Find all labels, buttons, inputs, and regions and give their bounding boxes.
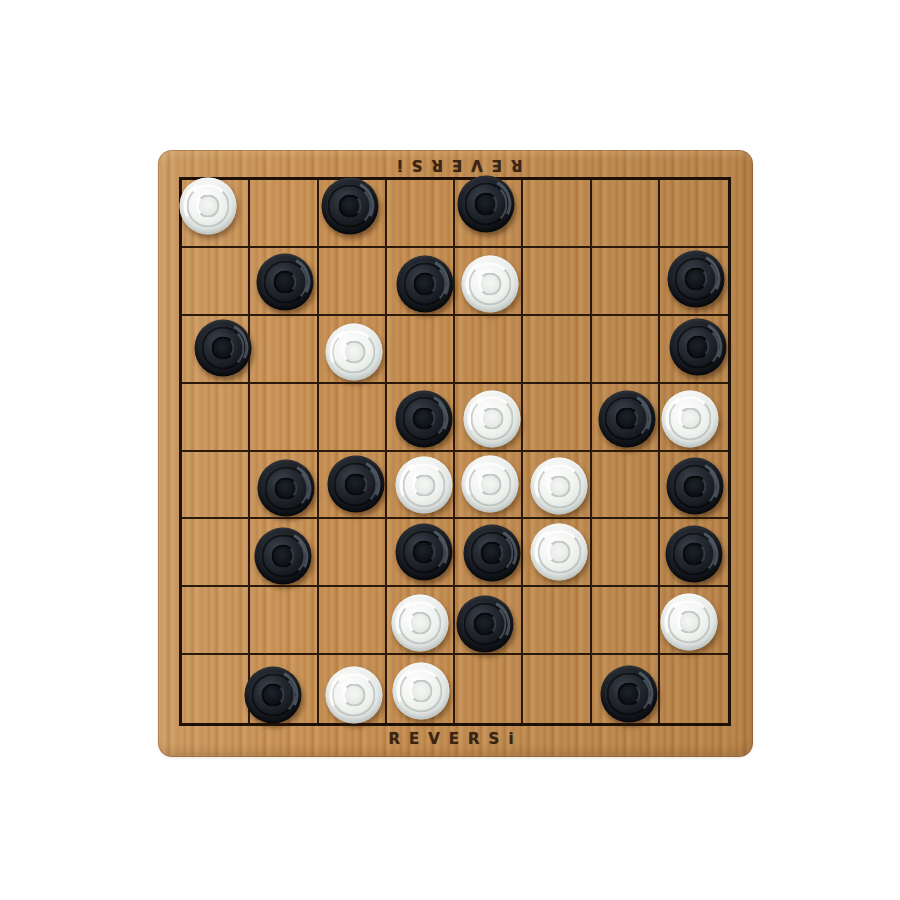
disc-gloss bbox=[664, 247, 727, 310]
piece-white[interactable] bbox=[392, 663, 449, 720]
board-title-bottom: REVERSi bbox=[158, 730, 753, 748]
disc-gloss bbox=[177, 175, 239, 237]
disc-gloss bbox=[459, 253, 521, 315]
disc-gloss bbox=[393, 252, 456, 315]
board-cell[interactable] bbox=[250, 384, 318, 452]
disc-gloss bbox=[459, 454, 521, 516]
board-cell[interactable] bbox=[592, 248, 660, 316]
board-grid bbox=[179, 177, 731, 726]
board-cell[interactable] bbox=[660, 519, 728, 587]
piece-black[interactable] bbox=[245, 667, 302, 724]
piece-black[interactable] bbox=[667, 250, 724, 307]
board-cell[interactable] bbox=[387, 248, 455, 316]
piece-black[interactable] bbox=[458, 175, 515, 232]
board-cell[interactable] bbox=[319, 519, 387, 587]
board-cell[interactable] bbox=[319, 384, 387, 452]
piece-white[interactable] bbox=[661, 390, 718, 447]
board-cell[interactable] bbox=[660, 655, 728, 723]
piece-white[interactable] bbox=[325, 323, 382, 380]
board-cell[interactable] bbox=[523, 180, 591, 248]
board-cell[interactable] bbox=[319, 180, 387, 248]
board-cell[interactable] bbox=[660, 248, 728, 316]
board-cell[interactable] bbox=[592, 180, 660, 248]
board-cell[interactable] bbox=[523, 519, 591, 587]
piece-black[interactable] bbox=[255, 528, 312, 585]
board-cell[interactable] bbox=[319, 587, 387, 655]
piece-black[interactable] bbox=[321, 177, 378, 234]
board-cell[interactable] bbox=[250, 587, 318, 655]
board-cell[interactable] bbox=[182, 180, 250, 248]
disc-gloss bbox=[528, 521, 590, 583]
board-cell[interactable] bbox=[523, 452, 591, 520]
board-cell[interactable] bbox=[182, 452, 250, 520]
board-cell[interactable] bbox=[387, 655, 455, 723]
disc-gloss bbox=[454, 593, 517, 656]
board-cell[interactable] bbox=[523, 384, 591, 452]
disc-gloss bbox=[597, 662, 660, 725]
piece-white[interactable] bbox=[660, 594, 717, 651]
board-cell[interactable] bbox=[387, 452, 455, 520]
board-cell[interactable] bbox=[182, 519, 250, 587]
disc-gloss bbox=[461, 522, 524, 585]
board-cell[interactable] bbox=[455, 587, 523, 655]
board-cell[interactable] bbox=[387, 316, 455, 384]
disc-gloss bbox=[252, 525, 315, 588]
piece-black[interactable] bbox=[396, 255, 453, 312]
board-cell[interactable] bbox=[182, 384, 250, 452]
board-cell[interactable] bbox=[660, 316, 728, 384]
board-cell[interactable] bbox=[455, 519, 523, 587]
board-title-top: REVERSi bbox=[158, 156, 753, 174]
piece-white[interactable] bbox=[462, 456, 519, 513]
piece-black[interactable] bbox=[327, 456, 384, 513]
page-background: REVERSi REVERSi bbox=[0, 0, 900, 900]
piece-white[interactable] bbox=[462, 255, 519, 312]
disc-gloss bbox=[392, 387, 455, 450]
board-cell[interactable] bbox=[250, 248, 318, 316]
piece-black[interactable] bbox=[457, 596, 514, 653]
piece-black[interactable] bbox=[258, 460, 315, 517]
piece-black[interactable] bbox=[395, 390, 452, 447]
piece-white[interactable] bbox=[180, 177, 237, 234]
disc-gloss bbox=[663, 455, 726, 518]
board-cell[interactable] bbox=[592, 655, 660, 723]
board-cell[interactable] bbox=[387, 384, 455, 452]
piece-black[interactable] bbox=[669, 318, 726, 375]
board-cell[interactable] bbox=[182, 655, 250, 723]
board-cell[interactable] bbox=[592, 587, 660, 655]
board-cell[interactable] bbox=[592, 384, 660, 452]
board-cell[interactable] bbox=[660, 384, 728, 452]
board-cell[interactable] bbox=[182, 248, 250, 316]
piece-black[interactable] bbox=[395, 524, 452, 581]
board-cell[interactable] bbox=[250, 519, 318, 587]
piece-black[interactable] bbox=[257, 253, 314, 310]
board-cell[interactable] bbox=[455, 180, 523, 248]
disc-gloss bbox=[255, 457, 318, 520]
board-cell[interactable] bbox=[523, 587, 591, 655]
disc-gloss bbox=[390, 660, 452, 722]
board-cell[interactable] bbox=[387, 587, 455, 655]
piece-white[interactable] bbox=[391, 595, 448, 652]
disc-gloss bbox=[659, 388, 721, 450]
piece-black[interactable] bbox=[666, 458, 723, 515]
disc-gloss bbox=[666, 315, 729, 378]
disc-gloss bbox=[192, 316, 255, 379]
disc-gloss bbox=[595, 387, 658, 450]
board-cell[interactable] bbox=[455, 248, 523, 316]
board-cell[interactable] bbox=[455, 316, 523, 384]
board-cell[interactable] bbox=[250, 452, 318, 520]
reversi-board: REVERSi REVERSi bbox=[158, 150, 753, 757]
disc-gloss bbox=[389, 592, 451, 654]
piece-black[interactable] bbox=[600, 666, 657, 723]
board-cell[interactable] bbox=[660, 452, 728, 520]
board-cell[interactable] bbox=[455, 452, 523, 520]
disc-gloss bbox=[254, 250, 317, 313]
board-cell[interactable] bbox=[523, 248, 591, 316]
disc-gloss bbox=[455, 172, 518, 235]
board-cell[interactable] bbox=[523, 316, 591, 384]
disc-gloss bbox=[393, 455, 455, 517]
piece-black[interactable] bbox=[598, 390, 655, 447]
disc-gloss bbox=[324, 453, 387, 516]
piece-white[interactable] bbox=[395, 457, 452, 514]
disc-gloss bbox=[461, 388, 523, 450]
disc-gloss bbox=[323, 664, 385, 726]
board-cell[interactable] bbox=[592, 452, 660, 520]
disc-gloss bbox=[323, 321, 385, 383]
disc-gloss bbox=[662, 523, 725, 586]
board-cell[interactable] bbox=[455, 655, 523, 723]
board-cell[interactable] bbox=[319, 655, 387, 723]
board-cell[interactable] bbox=[387, 180, 455, 248]
board-cell[interactable] bbox=[182, 587, 250, 655]
disc-gloss bbox=[528, 456, 590, 518]
board-cell[interactable] bbox=[592, 519, 660, 587]
piece-black[interactable] bbox=[665, 526, 722, 583]
disc-gloss bbox=[392, 521, 455, 584]
disc-gloss bbox=[242, 663, 305, 726]
board-cell[interactable] bbox=[523, 655, 591, 723]
piece-white[interactable] bbox=[531, 524, 588, 581]
board-cell[interactable] bbox=[319, 316, 387, 384]
piece-black[interactable] bbox=[195, 319, 252, 376]
board-cell[interactable] bbox=[660, 587, 728, 655]
board-cell[interactable] bbox=[319, 248, 387, 316]
board-cell[interactable] bbox=[592, 316, 660, 384]
piece-black[interactable] bbox=[464, 525, 521, 582]
disc-gloss bbox=[658, 591, 720, 653]
disc-gloss bbox=[318, 174, 381, 237]
board-cell[interactable] bbox=[319, 452, 387, 520]
board-cell[interactable] bbox=[250, 180, 318, 248]
piece-white[interactable] bbox=[531, 458, 588, 515]
board-cell[interactable] bbox=[455, 384, 523, 452]
board-cell[interactable] bbox=[660, 180, 728, 248]
board-cell[interactable] bbox=[387, 519, 455, 587]
board-cell[interactable] bbox=[250, 655, 318, 723]
piece-white[interactable] bbox=[325, 667, 382, 724]
board-cell[interactable] bbox=[250, 316, 318, 384]
piece-white[interactable] bbox=[464, 390, 521, 447]
board-cell[interactable] bbox=[182, 316, 250, 384]
